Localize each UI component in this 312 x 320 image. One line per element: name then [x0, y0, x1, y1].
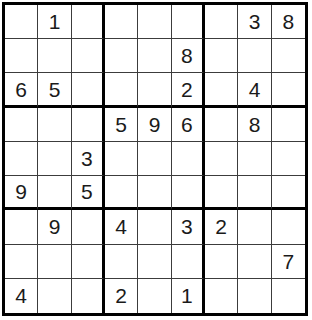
cell-r1c9-given[interactable]: 8 — [272, 5, 305, 39]
cell-r4c6-given[interactable]: 6 — [172, 108, 205, 142]
cell-r7c1-empty[interactable] — [5, 210, 38, 244]
cell-r3c7-empty[interactable] — [205, 73, 238, 107]
cell-r8c3-empty[interactable] — [72, 245, 105, 279]
cell-r7c6-given[interactable]: 3 — [172, 210, 205, 244]
cell-r3c5-empty[interactable] — [138, 73, 171, 107]
cell-r4c5-given[interactable]: 9 — [138, 108, 171, 142]
cell-r9c7-empty[interactable] — [205, 279, 238, 313]
cell-r8c7-empty[interactable] — [205, 245, 238, 279]
cell-r4c3-empty[interactable] — [72, 108, 105, 142]
cell-r6c9-empty[interactable] — [272, 176, 305, 210]
cell-r7c3-empty[interactable] — [72, 210, 105, 244]
cell-r8c9-given[interactable]: 7 — [272, 245, 305, 279]
cell-r1c6-empty[interactable] — [172, 5, 205, 39]
cell-r7c4-given[interactable]: 4 — [105, 210, 138, 244]
cell-r1c8-given[interactable]: 3 — [238, 5, 271, 39]
cell-r2c1-empty[interactable] — [5, 39, 38, 73]
cell-r1c4-empty[interactable] — [105, 5, 138, 39]
cell-r9c3-empty[interactable] — [72, 279, 105, 313]
cell-r8c2-empty[interactable] — [38, 245, 71, 279]
cell-r7c2-given[interactable]: 9 — [38, 210, 71, 244]
cell-r8c5-empty[interactable] — [138, 245, 171, 279]
cell-r5c3-given[interactable]: 3 — [72, 142, 105, 176]
cell-r4c1-empty[interactable] — [5, 108, 38, 142]
cell-r7c8-empty[interactable] — [238, 210, 271, 244]
cell-r4c4-given[interactable]: 5 — [105, 108, 138, 142]
cell-r2c9-empty[interactable] — [272, 39, 305, 73]
cell-r6c3-given[interactable]: 5 — [72, 176, 105, 210]
cell-r3c1-given[interactable]: 6 — [5, 73, 38, 107]
cell-r3c6-given[interactable]: 2 — [172, 73, 205, 107]
cell-r3c4-empty[interactable] — [105, 73, 138, 107]
cell-r5c4-empty[interactable] — [105, 142, 138, 176]
cell-r9c6-given[interactable]: 1 — [172, 279, 205, 313]
cell-r5c7-empty[interactable] — [205, 142, 238, 176]
cell-r6c8-empty[interactable] — [238, 176, 271, 210]
cell-r1c2-given[interactable]: 1 — [38, 5, 71, 39]
cell-r6c7-empty[interactable] — [205, 176, 238, 210]
cell-r9c5-empty[interactable] — [138, 279, 171, 313]
cell-r4c8-given[interactable]: 8 — [238, 108, 271, 142]
cell-r8c1-empty[interactable] — [5, 245, 38, 279]
cell-r6c4-empty[interactable] — [105, 176, 138, 210]
cell-r6c1-given[interactable]: 9 — [5, 176, 38, 210]
cell-r2c3-empty[interactable] — [72, 39, 105, 73]
cell-r4c7-empty[interactable] — [205, 108, 238, 142]
cell-r6c6-empty[interactable] — [172, 176, 205, 210]
cell-r3c2-given[interactable]: 5 — [38, 73, 71, 107]
sudoku-board: 13886524596839594327421 — [2, 2, 308, 316]
cell-r6c5-empty[interactable] — [138, 176, 171, 210]
cell-r9c9-empty[interactable] — [272, 279, 305, 313]
cell-r1c7-empty[interactable] — [205, 5, 238, 39]
cell-r5c9-empty[interactable] — [272, 142, 305, 176]
cell-r7c7-given[interactable]: 2 — [205, 210, 238, 244]
cell-r8c4-empty[interactable] — [105, 245, 138, 279]
cell-r1c3-empty[interactable] — [72, 5, 105, 39]
cell-r1c1-empty[interactable] — [5, 5, 38, 39]
cell-r7c5-empty[interactable] — [138, 210, 171, 244]
cell-r1c5-empty[interactable] — [138, 5, 171, 39]
cell-r9c8-empty[interactable] — [238, 279, 271, 313]
cell-r5c1-empty[interactable] — [5, 142, 38, 176]
cell-r3c9-empty[interactable] — [272, 73, 305, 107]
cell-r5c8-empty[interactable] — [238, 142, 271, 176]
cell-r8c8-empty[interactable] — [238, 245, 271, 279]
cell-r2c8-empty[interactable] — [238, 39, 271, 73]
cell-r4c9-empty[interactable] — [272, 108, 305, 142]
cell-r9c2-empty[interactable] — [38, 279, 71, 313]
cell-r5c2-empty[interactable] — [38, 142, 71, 176]
cell-r2c4-empty[interactable] — [105, 39, 138, 73]
cell-r6c2-empty[interactable] — [38, 176, 71, 210]
cell-r9c1-given[interactable]: 4 — [5, 279, 38, 313]
cell-r3c8-given[interactable]: 4 — [238, 73, 271, 107]
cell-r4c2-empty[interactable] — [38, 108, 71, 142]
cell-r5c5-empty[interactable] — [138, 142, 171, 176]
cell-r2c5-empty[interactable] — [138, 39, 171, 73]
cell-r9c4-given[interactable]: 2 — [105, 279, 138, 313]
cell-r2c2-empty[interactable] — [38, 39, 71, 73]
cell-r2c6-given[interactable]: 8 — [172, 39, 205, 73]
cell-r8c6-empty[interactable] — [172, 245, 205, 279]
cell-r3c3-empty[interactable] — [72, 73, 105, 107]
cell-r5c6-empty[interactable] — [172, 142, 205, 176]
cell-r2c7-empty[interactable] — [205, 39, 238, 73]
cell-r7c9-empty[interactable] — [272, 210, 305, 244]
